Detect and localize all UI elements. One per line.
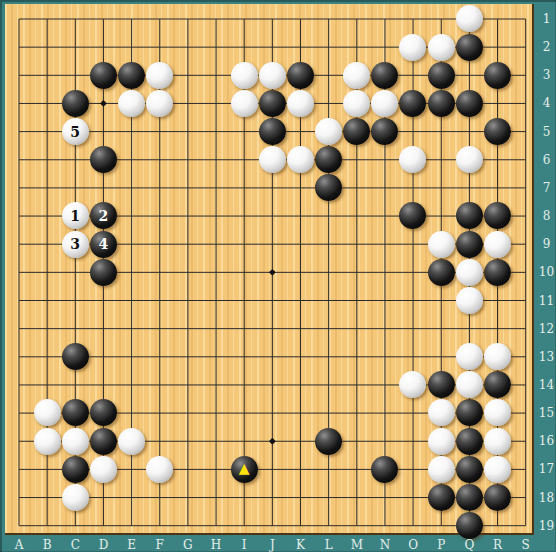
stone-white-I3[interactable]: [231, 62, 258, 89]
move-number-label: 2: [99, 209, 109, 223]
row-label-11: 11: [537, 295, 556, 307]
column-label-E: E: [127, 539, 136, 551]
board-grid[interactable]: 24▲513: [5, 5, 540, 540]
stone-white-C16[interactable]: [62, 428, 89, 455]
stone-white-B16[interactable]: [34, 428, 61, 455]
stone-white-J3[interactable]: [259, 62, 286, 89]
stone-black-Q2[interactable]: [456, 34, 483, 61]
column-label-B: B: [43, 539, 52, 551]
stone-white-E4[interactable]: [118, 90, 145, 117]
row-label-12: 12: [537, 323, 556, 335]
row-label-18: 18: [537, 492, 556, 504]
stone-black-D9[interactable]: 4: [90, 231, 117, 258]
stone-white-F4[interactable]: [146, 90, 173, 117]
row-label-6: 6: [537, 154, 556, 166]
stone-black-C15[interactable]: [62, 399, 89, 426]
stone-white-I4[interactable]: [231, 90, 258, 117]
row-label-14: 14: [537, 379, 556, 391]
stone-white-D17[interactable]: [90, 456, 117, 483]
stone-black-O4[interactable]: [399, 90, 426, 117]
stone-white-K6[interactable]: [287, 146, 314, 173]
stone-black-C17[interactable]: [62, 456, 89, 483]
stone-white-C18[interactable]: [62, 484, 89, 511]
stone-black-Q4[interactable]: [456, 90, 483, 117]
column-label-R: R: [493, 539, 502, 551]
row-label-15: 15: [537, 407, 556, 419]
column-label-O: O: [408, 539, 418, 551]
row-label-17: 17: [537, 463, 556, 475]
stone-black-R3[interactable]: [484, 62, 511, 89]
go-board-app: { "game": "Go (19x19)", "board": { "size…: [0, 0, 556, 552]
column-label-D: D: [99, 539, 109, 551]
row-label-10: 10: [537, 266, 556, 278]
stone-black-R14[interactable]: [484, 371, 511, 398]
stone-black-P10[interactable]: [428, 259, 455, 286]
stone-black-Q19[interactable]: [456, 512, 483, 539]
column-label-A: A: [15, 539, 24, 551]
stone-white-O14[interactable]: [399, 371, 426, 398]
stone-black-D15[interactable]: [90, 399, 117, 426]
row-label-13: 13: [537, 351, 556, 363]
stone-black-N5[interactable]: [371, 118, 398, 145]
stone-white-P2[interactable]: [428, 34, 455, 61]
column-label-F: F: [156, 539, 164, 551]
column-label-S: S: [522, 539, 530, 551]
stone-white-C9[interactable]: 3: [62, 231, 89, 258]
stone-black-Q9[interactable]: [456, 231, 483, 258]
stone-black-J4[interactable]: [259, 90, 286, 117]
row-label-3: 3: [537, 69, 556, 81]
row-label-16: 16: [537, 435, 556, 447]
stone-black-I17[interactable]: ▲: [231, 456, 258, 483]
stone-white-P17[interactable]: [428, 456, 455, 483]
stone-black-N17[interactable]: [371, 456, 398, 483]
stone-white-F3[interactable]: [146, 62, 173, 89]
row-label-19: 19: [537, 520, 556, 532]
stone-black-P14[interactable]: [428, 371, 455, 398]
column-label-Q: Q: [464, 539, 474, 551]
stone-white-F17[interactable]: [146, 456, 173, 483]
stone-white-Q11[interactable]: [456, 287, 483, 314]
stone-black-Q8[interactable]: [456, 202, 483, 229]
row-label-8: 8: [537, 210, 556, 222]
row-label-2: 2: [537, 41, 556, 53]
stone-black-R18[interactable]: [484, 484, 511, 511]
stone-white-R15[interactable]: [484, 399, 511, 426]
stone-black-D16[interactable]: [90, 428, 117, 455]
row-label-1: 1: [537, 13, 556, 25]
stone-black-Q16[interactable]: [456, 428, 483, 455]
stone-white-J6[interactable]: [259, 146, 286, 173]
column-label-J: J: [270, 539, 275, 551]
row-label-4: 4: [537, 97, 556, 109]
stone-white-P16[interactable]: [428, 428, 455, 455]
stone-black-K3[interactable]: [287, 62, 314, 89]
column-label-K: K: [296, 539, 305, 551]
stone-black-Q15[interactable]: [456, 399, 483, 426]
move-number-label: 5: [70, 125, 80, 139]
stone-white-K4[interactable]: [287, 90, 314, 117]
stone-white-Q1[interactable]: [456, 5, 483, 32]
stone-black-C4[interactable]: [62, 90, 89, 117]
stone-white-Q13[interactable]: [456, 343, 483, 370]
stone-black-D6[interactable]: [90, 146, 117, 173]
stone-black-R8[interactable]: [484, 202, 511, 229]
column-label-N: N: [380, 539, 391, 551]
stone-black-D3[interactable]: [90, 62, 117, 89]
move-number-label: 1: [70, 209, 80, 223]
stone-white-C5[interactable]: 5: [62, 118, 89, 145]
stone-black-E3[interactable]: [118, 62, 145, 89]
stone-black-J5[interactable]: [259, 118, 286, 145]
stone-black-R5[interactable]: [484, 118, 511, 145]
stone-black-P4[interactable]: [428, 90, 455, 117]
column-label-M: M: [351, 539, 363, 551]
column-label-L: L: [325, 539, 333, 551]
stone-black-M5[interactable]: [343, 118, 370, 145]
stone-white-C8[interactable]: 1: [62, 202, 89, 229]
move-number-label: 4: [99, 237, 109, 251]
stone-black-D10[interactable]: [90, 259, 117, 286]
stone-white-R16[interactable]: [484, 428, 511, 455]
column-label-G: G: [183, 539, 193, 551]
stone-white-N4[interactable]: [371, 90, 398, 117]
stone-white-M3[interactable]: [343, 62, 370, 89]
stone-white-L5[interactable]: [315, 118, 342, 145]
column-label-C: C: [71, 539, 80, 551]
stone-white-M4[interactable]: [343, 90, 370, 117]
triangle-marker: ▲: [239, 461, 250, 475]
stone-black-C13[interactable]: [62, 343, 89, 370]
row-label-9: 9: [537, 238, 556, 250]
stone-black-N3[interactable]: [371, 62, 398, 89]
stone-white-P15[interactable]: [428, 399, 455, 426]
stone-black-P18[interactable]: [428, 484, 455, 511]
move-number-label: 3: [70, 237, 80, 251]
stone-black-R10[interactable]: [484, 259, 511, 286]
stone-black-Q17[interactable]: [456, 456, 483, 483]
stone-white-B15[interactable]: [34, 399, 61, 426]
stone-black-P3[interactable]: [428, 62, 455, 89]
column-label-H: H: [211, 539, 221, 551]
stone-white-O2[interactable]: [399, 34, 426, 61]
stone-black-L7[interactable]: [315, 174, 342, 201]
row-label-5: 5: [537, 126, 556, 138]
column-label-P: P: [437, 539, 445, 551]
column-label-I: I: [242, 539, 247, 551]
stone-white-R13[interactable]: [484, 343, 511, 370]
stone-white-Q10[interactable]: [456, 259, 483, 286]
stone-white-Q14[interactable]: [456, 371, 483, 398]
stone-white-R9[interactable]: [484, 231, 511, 258]
stone-white-Q6[interactable]: [456, 146, 483, 173]
stone-white-R17[interactable]: [484, 456, 511, 483]
stone-black-O8[interactable]: [399, 202, 426, 229]
row-label-7: 7: [537, 182, 556, 194]
stone-black-L6[interactable]: [315, 146, 342, 173]
stone-black-Q18[interactable]: [456, 484, 483, 511]
stone-white-P9[interactable]: [428, 231, 455, 258]
stone-black-D8[interactable]: 2: [90, 202, 117, 229]
stone-white-O6[interactable]: [399, 146, 426, 173]
stone-white-E16[interactable]: [118, 428, 145, 455]
stone-black-L16[interactable]: [315, 428, 342, 455]
